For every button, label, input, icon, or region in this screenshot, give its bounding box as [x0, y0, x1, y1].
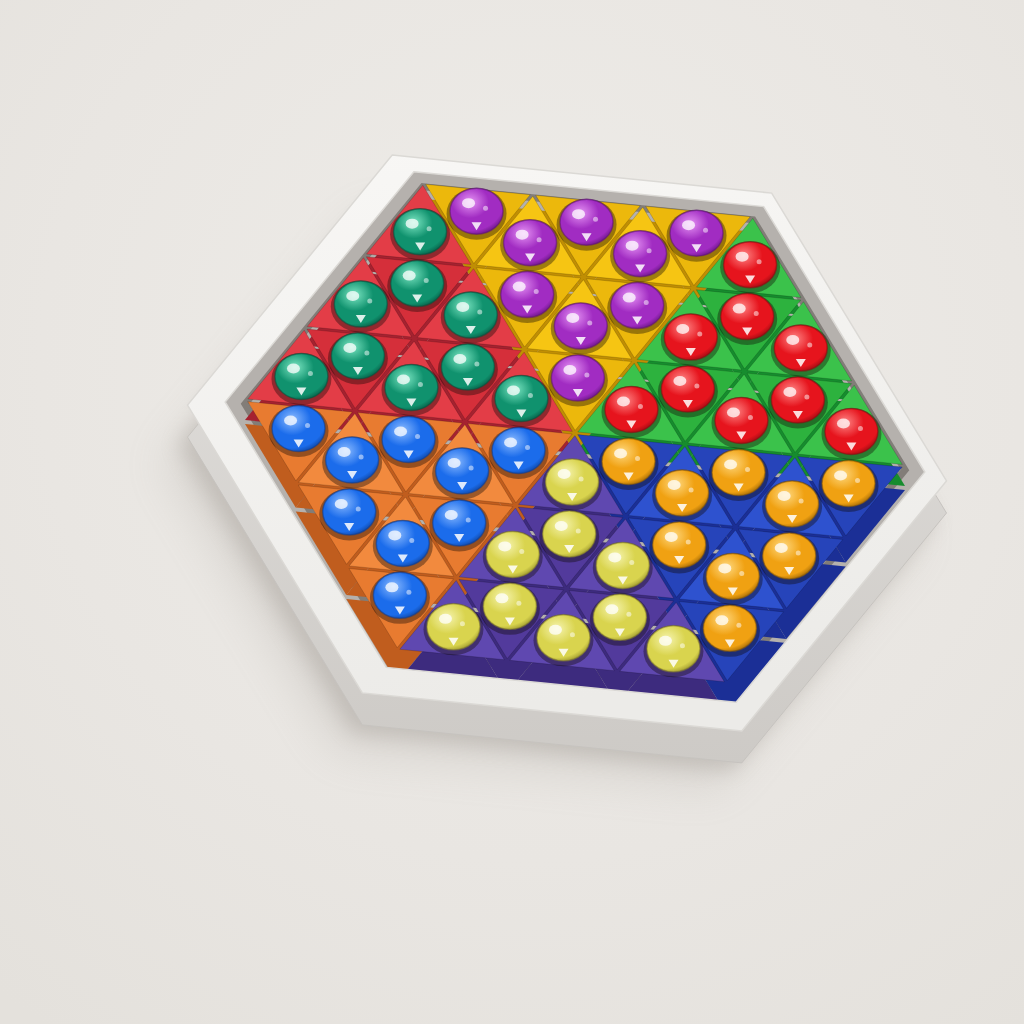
gem-sparkle: [525, 445, 530, 450]
gem-sparkle: [359, 454, 364, 459]
gem-highlight: [727, 408, 740, 418]
gem-sparkle: [427, 226, 432, 231]
gem-highlight: [718, 563, 731, 573]
gem-sparkle: [626, 612, 631, 617]
gem-highlight: [572, 209, 585, 219]
gem-highlight: [558, 469, 571, 479]
gem-highlight: [406, 219, 419, 229]
gem-sparkle: [635, 456, 640, 461]
gem-highlight: [608, 552, 621, 562]
gem-sparkle: [516, 601, 521, 606]
gem-highlight: [335, 499, 348, 509]
gem-highlight: [456, 302, 469, 312]
gem-highlight: [673, 376, 686, 386]
gem-sparkle: [799, 498, 804, 503]
gem-highlight: [786, 335, 799, 345]
gem-highlight: [516, 230, 529, 240]
gem-sparkle: [483, 206, 488, 211]
gem-highlight: [668, 480, 681, 490]
gem-sparkle: [858, 426, 863, 431]
gem-sparkle: [466, 517, 471, 522]
gem-sparkle: [757, 259, 762, 264]
gem-sparkle: [647, 248, 652, 253]
gem-highlight: [504, 437, 517, 447]
gem-sparkle: [469, 465, 474, 470]
gem-sparkle: [703, 228, 708, 233]
gem-highlight: [834, 470, 847, 480]
gem-highlight: [284, 415, 297, 425]
gem-highlight: [617, 397, 630, 407]
gem-highlight: [736, 252, 749, 262]
puzzle-board-photo: [0, 0, 1024, 1024]
gem-highlight: [394, 426, 407, 436]
gem-sparkle: [415, 434, 420, 439]
gem-sparkle: [418, 382, 423, 387]
gem-highlight: [733, 304, 746, 314]
gem-highlight: [778, 491, 791, 501]
gem-highlight: [626, 241, 639, 251]
gem-highlight: [549, 625, 562, 635]
gem-sparkle: [807, 343, 812, 348]
gem-highlight: [783, 387, 796, 397]
gem-highlight: [614, 448, 627, 458]
gem-sparkle: [736, 623, 741, 628]
gem-sparkle: [406, 590, 411, 595]
gem-sparkle: [570, 632, 575, 637]
gem-highlight: [445, 510, 458, 520]
gem-highlight: [388, 530, 401, 540]
gem-sparkle: [356, 506, 361, 511]
gem-highlight: [287, 364, 300, 374]
gem-highlight: [715, 615, 728, 625]
gem-sparkle: [686, 539, 691, 544]
gem-sparkle: [308, 371, 313, 376]
gem-highlight: [665, 532, 678, 542]
gem-sparkle: [644, 300, 649, 305]
gem-sparkle: [745, 467, 750, 472]
gem-highlight: [513, 282, 526, 292]
gem-highlight: [498, 541, 511, 551]
gem-highlight: [605, 604, 618, 614]
gem-sparkle: [477, 310, 482, 315]
gem-sparkle: [409, 538, 414, 543]
gem-sparkle: [629, 560, 634, 565]
gem-highlight: [623, 293, 636, 303]
gem-sparkle: [305, 423, 310, 428]
gem-sparkle: [528, 393, 533, 398]
gem-sparkle: [424, 278, 429, 283]
gem-highlight: [563, 365, 576, 375]
gem-sparkle: [697, 332, 702, 337]
gem-sparkle: [796, 550, 801, 555]
gem-sparkle: [537, 237, 542, 242]
gem-highlight: [837, 419, 850, 429]
gem-sparkle: [584, 373, 589, 378]
gem-highlight: [462, 198, 475, 208]
gem-sparkle: [754, 311, 759, 316]
gem-highlight: [676, 324, 689, 334]
gem-highlight: [448, 458, 461, 468]
gem-sparkle: [739, 571, 744, 576]
gem-sparkle: [474, 362, 479, 367]
gem-highlight: [724, 459, 737, 469]
gem-sparkle: [579, 476, 584, 481]
gem-highlight: [397, 375, 410, 385]
gem-highlight: [659, 636, 672, 646]
gem-sparkle: [367, 299, 372, 304]
gem-highlight: [555, 521, 568, 531]
gem-sparkle: [576, 528, 581, 533]
gem-sparkle: [689, 487, 694, 492]
gem-highlight: [439, 614, 452, 624]
gem-sparkle: [587, 321, 592, 326]
gem-highlight: [338, 447, 351, 457]
gem-highlight: [507, 386, 520, 396]
gem-highlight: [682, 220, 695, 230]
gem-sparkle: [593, 217, 598, 222]
gem-sparkle: [364, 351, 369, 356]
gem-sparkle: [680, 643, 685, 648]
photo-scene: Wooden hexagon tray puzzle of 54 triangu…: [0, 0, 1024, 1024]
gem-sparkle: [694, 384, 699, 389]
gem-highlight: [495, 593, 508, 603]
gem-sparkle: [519, 549, 524, 554]
gem-highlight: [566, 313, 579, 323]
gem-sparkle: [534, 289, 539, 294]
gem-highlight: [775, 543, 788, 553]
gem-sparkle: [804, 395, 809, 400]
gem-highlight: [346, 291, 359, 301]
gem-sparkle: [460, 621, 465, 626]
gem-sparkle: [855, 478, 860, 483]
gem-highlight: [343, 343, 356, 353]
gem-sparkle: [638, 404, 643, 409]
gem-highlight: [403, 271, 416, 281]
gem-highlight: [453, 354, 466, 364]
gem-highlight: [385, 582, 398, 592]
gem-sparkle: [748, 415, 753, 420]
